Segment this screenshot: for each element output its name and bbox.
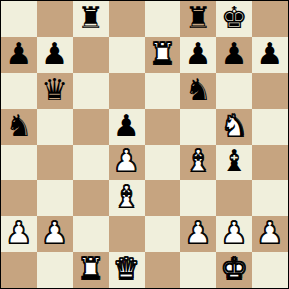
square-b7[interactable]: ♟ <box>37 37 73 73</box>
square-b6[interactable]: ♛ <box>37 73 73 109</box>
piece-white-bishop-f4[interactable]: ♝ <box>185 146 212 176</box>
square-a2[interactable]: ♟ <box>1 216 37 252</box>
square-c1[interactable]: ♜ <box>73 252 109 288</box>
square-b4[interactable] <box>37 145 73 181</box>
piece-black-pawn-d5[interactable]: ♟ <box>113 111 140 141</box>
square-d8[interactable] <box>109 1 145 37</box>
chess-board: ♜♜♚♟♟♜♟♟♟♛♞♞♟♞♟♝♝♝♟♟♟♟♟♜♛♚ <box>0 0 289 289</box>
square-b2[interactable]: ♟ <box>37 216 73 252</box>
square-f5[interactable] <box>180 109 216 145</box>
piece-white-pawn-b2[interactable]: ♟ <box>41 218 68 248</box>
square-f7[interactable]: ♟ <box>180 37 216 73</box>
piece-white-king-g1[interactable]: ♚ <box>221 254 248 284</box>
square-b5[interactable] <box>37 109 73 145</box>
square-g7[interactable]: ♟ <box>216 37 252 73</box>
square-a8[interactable] <box>1 1 37 37</box>
piece-black-pawn-g7[interactable]: ♟ <box>221 39 248 69</box>
piece-black-bishop-g4[interactable]: ♝ <box>221 146 248 176</box>
chess-board-container: ♜♜♚♟♟♜♟♟♟♛♞♞♟♞♟♝♝♝♟♟♟♟♟♜♛♚ <box>0 0 289 289</box>
piece-white-pawn-a2[interactable]: ♟ <box>5 218 32 248</box>
square-e6[interactable] <box>145 73 181 109</box>
square-b1[interactable] <box>37 252 73 288</box>
square-c7[interactable] <box>73 37 109 73</box>
square-f4[interactable]: ♝ <box>180 145 216 181</box>
square-c6[interactable] <box>73 73 109 109</box>
square-f2[interactable]: ♟ <box>180 216 216 252</box>
square-e5[interactable] <box>145 109 181 145</box>
square-h8[interactable] <box>252 1 288 37</box>
square-c3[interactable] <box>73 180 109 216</box>
square-h3[interactable] <box>252 180 288 216</box>
square-e7[interactable]: ♜ <box>145 37 181 73</box>
square-a7[interactable]: ♟ <box>1 37 37 73</box>
square-f8[interactable]: ♜ <box>180 1 216 37</box>
square-a5[interactable]: ♞ <box>1 109 37 145</box>
piece-black-rook-f8[interactable]: ♜ <box>185 3 212 33</box>
piece-black-pawn-f7[interactable]: ♟ <box>185 39 212 69</box>
piece-black-knight-f6[interactable]: ♞ <box>185 75 212 105</box>
piece-white-bishop-d3[interactable]: ♝ <box>113 182 140 212</box>
piece-white-pawn-g2[interactable]: ♟ <box>221 218 248 248</box>
piece-black-pawn-a7[interactable]: ♟ <box>5 39 32 69</box>
piece-white-pawn-f2[interactable]: ♟ <box>185 218 212 248</box>
square-g5[interactable]: ♞ <box>216 109 252 145</box>
square-c5[interactable] <box>73 109 109 145</box>
square-a6[interactable] <box>1 73 37 109</box>
square-h7[interactable]: ♟ <box>252 37 288 73</box>
piece-black-king-g8[interactable]: ♚ <box>221 3 248 33</box>
piece-white-pawn-h2[interactable]: ♟ <box>257 218 284 248</box>
square-d7[interactable] <box>109 37 145 73</box>
square-e8[interactable] <box>145 1 181 37</box>
square-g6[interactable] <box>216 73 252 109</box>
square-b8[interactable] <box>37 1 73 37</box>
piece-white-rook-e7[interactable]: ♜ <box>149 39 176 69</box>
square-e4[interactable] <box>145 145 181 181</box>
square-a3[interactable] <box>1 180 37 216</box>
piece-black-rook-c8[interactable]: ♜ <box>77 3 104 33</box>
square-h5[interactable] <box>252 109 288 145</box>
square-d1[interactable]: ♛ <box>109 252 145 288</box>
square-h2[interactable]: ♟ <box>252 216 288 252</box>
piece-white-rook-c1[interactable]: ♜ <box>77 254 104 284</box>
square-c8[interactable]: ♜ <box>73 1 109 37</box>
square-a4[interactable] <box>1 145 37 181</box>
square-g4[interactable]: ♝ <box>216 145 252 181</box>
square-f1[interactable] <box>180 252 216 288</box>
square-h6[interactable] <box>252 73 288 109</box>
square-d5[interactable]: ♟ <box>109 109 145 145</box>
square-h1[interactable] <box>252 252 288 288</box>
square-f6[interactable]: ♞ <box>180 73 216 109</box>
square-e1[interactable] <box>145 252 181 288</box>
square-g8[interactable]: ♚ <box>216 1 252 37</box>
square-d6[interactable] <box>109 73 145 109</box>
square-c4[interactable] <box>73 145 109 181</box>
square-d3[interactable]: ♝ <box>109 180 145 216</box>
piece-white-pawn-d4[interactable]: ♟ <box>113 146 140 176</box>
square-f3[interactable] <box>180 180 216 216</box>
piece-black-knight-a5[interactable]: ♞ <box>5 111 32 141</box>
square-g3[interactable] <box>216 180 252 216</box>
square-e2[interactable] <box>145 216 181 252</box>
square-d2[interactable] <box>109 216 145 252</box>
square-g1[interactable]: ♚ <box>216 252 252 288</box>
square-g2[interactable]: ♟ <box>216 216 252 252</box>
piece-white-knight-g5[interactable]: ♞ <box>221 111 248 141</box>
square-d4[interactable]: ♟ <box>109 145 145 181</box>
square-a1[interactable] <box>1 252 37 288</box>
piece-white-queen-d1[interactable]: ♛ <box>113 254 140 284</box>
square-b3[interactable] <box>37 180 73 216</box>
piece-black-pawn-b7[interactable]: ♟ <box>41 39 68 69</box>
square-c2[interactable] <box>73 216 109 252</box>
piece-black-queen-b6[interactable]: ♛ <box>41 75 68 105</box>
square-e3[interactable] <box>145 180 181 216</box>
piece-black-pawn-h7[interactable]: ♟ <box>257 39 284 69</box>
square-h4[interactable] <box>252 145 288 181</box>
